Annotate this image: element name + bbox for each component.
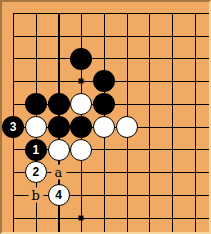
white-stone: 2 (25, 161, 47, 183)
star-point (79, 215, 84, 220)
go-board: 3124ab (0, 0, 211, 234)
black-stone: 1 (25, 139, 47, 161)
white-stone (93, 116, 115, 138)
move-number: 3 (10, 121, 17, 133)
black-stone (93, 70, 115, 92)
white-stone (116, 116, 138, 138)
point-label-a: a (51, 165, 66, 180)
black-stone (70, 116, 92, 138)
black-stone (25, 93, 47, 115)
star-point (79, 79, 84, 84)
move-number: 2 (32, 166, 39, 178)
move-number: 1 (32, 144, 39, 156)
white-stone (70, 139, 92, 161)
black-stone (48, 93, 70, 115)
black-stone: 3 (2, 116, 24, 138)
black-stone (93, 93, 115, 115)
point-label-b: b (28, 188, 43, 203)
stones-layer: 3124ab (2, 2, 209, 232)
white-stone (70, 93, 92, 115)
white-stone (48, 139, 70, 161)
go-diagram: 3124ab (0, 0, 211, 234)
black-stone (70, 48, 92, 70)
black-stone (48, 116, 70, 138)
move-number: 4 (55, 189, 62, 201)
white-stone: 4 (48, 184, 70, 206)
white-stone (25, 116, 47, 138)
